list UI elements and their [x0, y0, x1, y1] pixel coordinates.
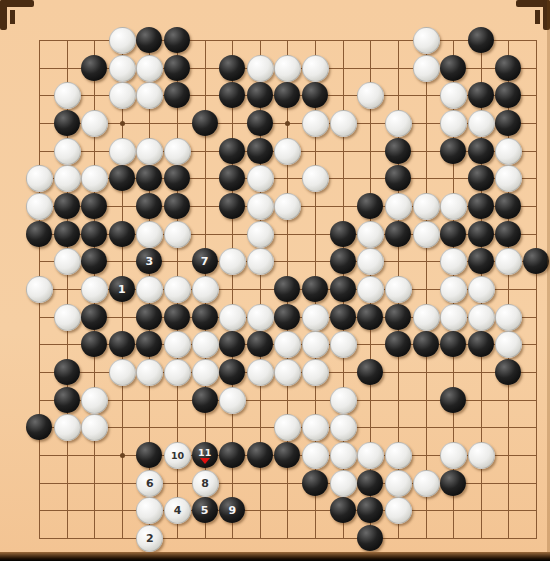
stone-P12[interactable]	[413, 221, 440, 248]
stone-J12[interactable]	[247, 221, 274, 248]
stone-K9[interactable]	[274, 304, 300, 330]
stone-M11[interactable]	[330, 248, 356, 274]
stone-D15[interactable]	[109, 138, 136, 165]
stone-H11[interactable]	[219, 248, 246, 275]
stone-L5[interactable]	[302, 414, 329, 441]
stone-N10[interactable]	[357, 276, 384, 303]
stone-C18[interactable]	[81, 55, 107, 81]
stone-M6[interactable]	[330, 387, 357, 414]
grid-line-vertical	[426, 40, 427, 539]
stone-E15[interactable]	[136, 138, 163, 165]
stone-D19[interactable]	[109, 27, 136, 54]
move-number-label: 6	[146, 478, 154, 489]
last-move-marker-icon	[200, 458, 210, 464]
stone-C12[interactable]	[81, 221, 107, 247]
stone-K5[interactable]	[274, 414, 301, 441]
stone-K15[interactable]	[274, 138, 301, 165]
stone-J16[interactable]	[247, 110, 273, 136]
stone-E3[interactable]: 6	[136, 470, 163, 497]
stone-H18[interactable]	[219, 55, 245, 81]
stone-H15[interactable]	[219, 138, 245, 164]
move-number-label: 10	[171, 450, 184, 461]
stone-K8[interactable]	[274, 331, 301, 358]
stone-M10[interactable]	[330, 276, 356, 302]
stone-P9[interactable]	[413, 304, 440, 331]
star-point-K16	[285, 121, 290, 126]
stone-E19[interactable]	[136, 27, 162, 53]
stone-G7[interactable]	[192, 359, 219, 386]
stone-L16[interactable]	[302, 110, 329, 137]
stone-P3[interactable]	[413, 470, 440, 497]
stone-C10[interactable]	[81, 276, 108, 303]
stone-Q3[interactable]	[440, 470, 466, 496]
stone-G2[interactable]: 5	[192, 497, 218, 523]
stone-F2[interactable]: 4	[164, 497, 191, 524]
stone-E2[interactable]	[136, 497, 163, 524]
stone-G6[interactable]	[192, 387, 218, 413]
stone-Q10[interactable]	[440, 276, 467, 303]
stone-L4[interactable]	[302, 442, 329, 469]
stone-L9[interactable]	[302, 304, 329, 331]
stone-L8[interactable]	[302, 331, 329, 358]
move-number-label: 2	[146, 533, 154, 544]
stone-S12[interactable]	[495, 221, 521, 247]
stone-H13[interactable]	[219, 193, 245, 219]
stone-M8[interactable]	[330, 331, 357, 358]
stone-R8[interactable]	[468, 331, 494, 357]
stone-E8[interactable]	[136, 331, 162, 357]
stone-F8[interactable]	[164, 331, 191, 358]
stone-O3[interactable]	[385, 470, 412, 497]
stone-B14[interactable]	[54, 165, 81, 192]
stone-O15[interactable]	[385, 138, 411, 164]
stone-F4[interactable]: 10	[164, 442, 191, 469]
move-number-label: 5	[201, 505, 209, 516]
stone-O9[interactable]	[385, 304, 411, 330]
stone-S11[interactable]	[495, 248, 522, 275]
stone-J15[interactable]	[247, 138, 273, 164]
stone-J17[interactable]	[247, 82, 273, 108]
stone-B16[interactable]	[54, 110, 80, 136]
stone-J8[interactable]	[247, 331, 273, 357]
stone-E12[interactable]	[136, 221, 163, 248]
stone-L14[interactable]	[302, 165, 329, 192]
stone-F17[interactable]	[164, 82, 190, 108]
stone-J18[interactable]	[247, 55, 274, 82]
stone-O4[interactable]	[385, 442, 412, 469]
stone-N2[interactable]	[357, 497, 383, 523]
stone-M2[interactable]	[330, 497, 356, 523]
bottom-shadow-bar	[0, 552, 550, 561]
stone-K4[interactable]	[274, 442, 300, 468]
stone-M4[interactable]	[330, 442, 357, 469]
move-number-label: 1	[118, 284, 126, 295]
stone-R9[interactable]	[468, 304, 495, 331]
stone-H9[interactable]	[219, 304, 246, 331]
stone-A10[interactable]	[26, 276, 53, 303]
stone-C6[interactable]	[81, 387, 108, 414]
stone-M12[interactable]	[330, 221, 356, 247]
stone-E14[interactable]	[136, 165, 162, 191]
stone-H7[interactable]	[219, 359, 245, 385]
stone-C8[interactable]	[81, 331, 107, 357]
stone-F19[interactable]	[164, 27, 190, 53]
stone-Q11[interactable]	[440, 248, 467, 275]
stone-E1[interactable]: 2	[136, 525, 163, 552]
stone-M9[interactable]	[330, 304, 356, 330]
stone-O10[interactable]	[385, 276, 412, 303]
stone-A12[interactable]	[26, 221, 52, 247]
stone-N7[interactable]	[357, 359, 383, 385]
stone-Q13[interactable]	[440, 193, 467, 220]
stone-O16[interactable]	[385, 110, 412, 137]
stone-H2[interactable]: 9	[219, 497, 245, 523]
move-number-label: 11	[198, 447, 211, 458]
stone-R4[interactable]	[468, 442, 495, 469]
stone-T11[interactable]	[523, 248, 549, 274]
stone-F10[interactable]	[164, 276, 191, 303]
stone-D7[interactable]	[109, 359, 136, 386]
stone-A13[interactable]	[26, 193, 53, 220]
stone-E10[interactable]	[136, 276, 163, 303]
stone-L3[interactable]	[302, 470, 328, 496]
stone-E18[interactable]	[136, 55, 163, 82]
stone-M16[interactable]	[330, 110, 357, 137]
stone-R19[interactable]	[468, 27, 494, 53]
stone-D18[interactable]	[109, 55, 136, 82]
stone-O2[interactable]	[385, 497, 412, 524]
stone-H14[interactable]	[219, 165, 245, 191]
stone-J7[interactable]	[247, 359, 274, 386]
stone-R10[interactable]	[468, 276, 495, 303]
stone-Q6[interactable]	[440, 387, 466, 413]
stone-R15[interactable]	[468, 138, 494, 164]
stone-K17[interactable]	[274, 82, 300, 108]
stone-G9[interactable]	[192, 304, 218, 330]
stone-E4[interactable]	[136, 442, 162, 468]
stone-R11[interactable]	[468, 248, 494, 274]
stone-J11[interactable]	[247, 248, 274, 275]
stone-D17[interactable]	[109, 82, 136, 109]
stone-H17[interactable]	[219, 82, 245, 108]
stone-C13[interactable]	[81, 193, 107, 219]
stone-G10[interactable]	[192, 276, 219, 303]
stone-K13[interactable]	[274, 193, 301, 220]
stone-M3[interactable]	[330, 470, 357, 497]
stone-B11[interactable]	[54, 248, 81, 275]
stone-R16[interactable]	[468, 110, 495, 137]
stone-E11[interactable]: 3	[136, 248, 162, 274]
stone-K18[interactable]	[274, 55, 301, 82]
stone-J14[interactable]	[247, 165, 274, 192]
stone-Q15[interactable]	[440, 138, 466, 164]
move-number-label: 8	[201, 478, 209, 489]
stone-D14[interactable]	[109, 165, 135, 191]
stone-Q12[interactable]	[440, 221, 466, 247]
stone-S17[interactable]	[495, 82, 521, 108]
stone-E13[interactable]	[136, 193, 162, 219]
star-point-D4	[120, 453, 125, 458]
stone-D10[interactable]: 1	[109, 276, 135, 302]
stone-C5[interactable]	[81, 414, 108, 441]
stone-O12[interactable]	[385, 221, 411, 247]
stone-D12[interactable]	[109, 221, 135, 247]
stone-G11[interactable]: 7	[192, 248, 218, 274]
stone-G8[interactable]	[192, 331, 219, 358]
move-number-label: 4	[174, 505, 182, 516]
stone-B12[interactable]	[54, 221, 80, 247]
stone-N9[interactable]	[357, 304, 383, 330]
stone-E9[interactable]	[136, 304, 162, 330]
stone-N1[interactable]	[357, 525, 383, 551]
stone-N4[interactable]	[357, 442, 384, 469]
move-number-label: 9	[228, 505, 236, 516]
move-number-label: 3	[146, 256, 154, 267]
stone-H6[interactable]	[219, 387, 246, 414]
grid-line-vertical	[536, 40, 537, 539]
go-app-window: 3711011684592	[0, 0, 550, 561]
stone-N3[interactable]	[357, 470, 383, 496]
stone-S18[interactable]	[495, 55, 521, 81]
stone-Q8[interactable]	[440, 331, 466, 357]
stone-Q4[interactable]	[440, 442, 467, 469]
stone-C9[interactable]	[81, 304, 107, 330]
stone-S15[interactable]	[495, 138, 522, 165]
stone-F18[interactable]	[164, 55, 190, 81]
stone-S8[interactable]	[495, 331, 522, 358]
stone-F12[interactable]	[164, 221, 191, 248]
stone-B7[interactable]	[54, 359, 80, 385]
stone-C16[interactable]	[81, 110, 108, 137]
stone-L18[interactable]	[302, 55, 329, 82]
stone-P13[interactable]	[413, 193, 440, 220]
stone-P18[interactable]	[413, 55, 440, 82]
stone-C14[interactable]	[81, 165, 108, 192]
stone-S9[interactable]	[495, 304, 522, 331]
stone-S13[interactable]	[495, 193, 521, 219]
stone-N17[interactable]	[357, 82, 384, 109]
stone-Q9[interactable]	[440, 304, 467, 331]
stone-B15[interactable]	[54, 138, 81, 165]
stone-B9[interactable]	[54, 304, 81, 331]
stone-L17[interactable]	[302, 82, 328, 108]
stone-O8[interactable]	[385, 331, 411, 357]
stone-S14[interactable]	[495, 165, 522, 192]
stone-E17[interactable]	[136, 82, 163, 109]
stone-G4[interactable]: 11	[192, 442, 218, 468]
stone-H8[interactable]	[219, 331, 245, 357]
stone-P19[interactable]	[413, 27, 440, 54]
stone-R12[interactable]	[468, 221, 494, 247]
stone-F13[interactable]	[164, 193, 190, 219]
stone-J4[interactable]	[247, 442, 273, 468]
stone-F14[interactable]	[164, 165, 190, 191]
stone-F7[interactable]	[164, 359, 191, 386]
stone-G3[interactable]: 8	[192, 470, 219, 497]
stone-Q18[interactable]	[440, 55, 466, 81]
stone-A14[interactable]	[26, 165, 53, 192]
stone-J13[interactable]	[247, 193, 274, 220]
stone-K10[interactable]	[274, 276, 300, 302]
stone-D8[interactable]	[109, 331, 135, 357]
stone-P8[interactable]	[413, 331, 439, 357]
goban-background	[0, 0, 550, 553]
stone-R14[interactable]	[468, 165, 494, 191]
stone-B5[interactable]	[54, 414, 81, 441]
stone-S7[interactable]	[495, 359, 521, 385]
stone-R17[interactable]	[468, 82, 494, 108]
stone-B13[interactable]	[54, 193, 80, 219]
star-point-D16	[120, 121, 125, 126]
move-number-label: 7	[201, 256, 209, 267]
stone-F15[interactable]	[164, 138, 191, 165]
stone-S16[interactable]	[495, 110, 521, 136]
stone-N13[interactable]	[357, 193, 383, 219]
stone-J9[interactable]	[247, 304, 274, 331]
stone-K7[interactable]	[274, 359, 301, 386]
stone-A5[interactable]	[26, 414, 52, 440]
stone-G16[interactable]	[192, 110, 218, 136]
stone-O14[interactable]	[385, 165, 411, 191]
stone-E7[interactable]	[136, 359, 163, 386]
stone-H4[interactable]	[219, 442, 245, 468]
stone-C11[interactable]	[81, 248, 107, 274]
stone-N12[interactable]	[357, 221, 384, 248]
stone-M5[interactable]	[330, 414, 357, 441]
stone-Q16[interactable]	[440, 110, 467, 137]
stone-L7[interactable]	[302, 359, 329, 386]
stone-B17[interactable]	[54, 82, 81, 109]
stone-L10[interactable]	[302, 276, 328, 302]
stone-B6[interactable]	[54, 387, 80, 413]
stone-O13[interactable]	[385, 193, 412, 220]
stone-R13[interactable]	[468, 193, 494, 219]
stone-N11[interactable]	[357, 248, 384, 275]
stone-F9[interactable]	[164, 304, 190, 330]
stone-Q17[interactable]	[440, 82, 467, 109]
